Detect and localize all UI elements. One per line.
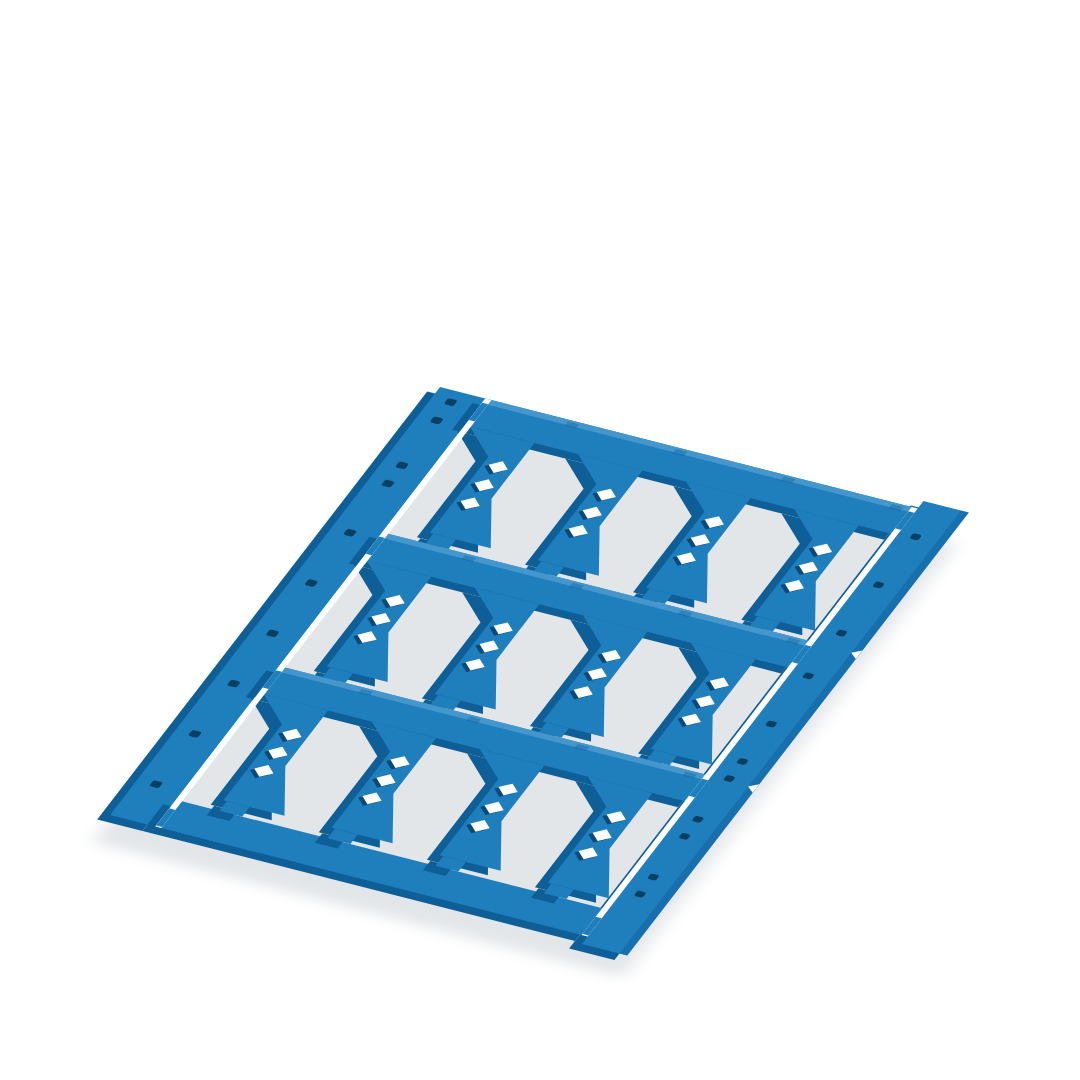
product-photo bbox=[0, 0, 1080, 1080]
photo-stage bbox=[0, 0, 1080, 1080]
